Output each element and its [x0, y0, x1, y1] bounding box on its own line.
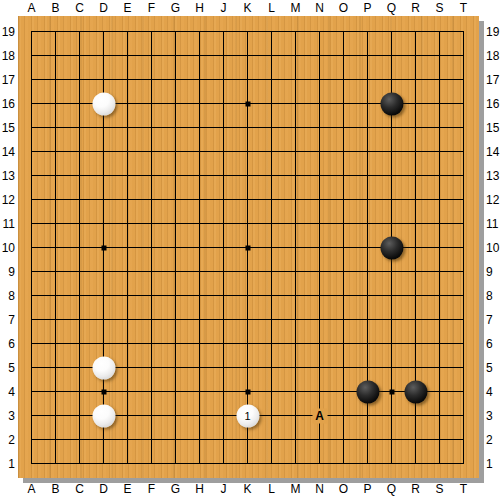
coord-bottom-P: P: [363, 482, 371, 496]
coord-bottom-O: O: [339, 482, 348, 496]
coord-top-E: E: [123, 1, 131, 15]
coord-bottom-S: S: [435, 482, 443, 496]
coord-top-Q: Q: [387, 1, 396, 15]
coord-right-8: 8: [486, 289, 500, 303]
coord-bottom-H: H: [195, 482, 204, 496]
coord-left-19: 19: [0, 25, 15, 39]
black-stone-Q10: [380, 236, 403, 259]
coord-right-17: 17: [486, 73, 500, 87]
coord-bottom-N: N: [315, 482, 324, 496]
coord-top-G: G: [171, 1, 180, 15]
coord-bottom-R: R: [411, 482, 420, 496]
coord-right-16: 16: [486, 97, 500, 111]
coord-right-14: 14: [486, 145, 500, 159]
black-stone-P4: [356, 380, 379, 403]
coord-left-12: 12: [0, 193, 15, 207]
coord-right-6: 6: [486, 337, 500, 351]
coord-top-C: C: [75, 1, 84, 15]
white-stone-K3: 1: [236, 404, 259, 427]
black-stone-R4: [404, 380, 427, 403]
coord-left-6: 6: [0, 337, 15, 351]
coord-bottom-B: B: [51, 482, 59, 496]
white-stone-D16: [92, 92, 115, 115]
coord-bottom-F: F: [148, 482, 155, 496]
coord-right-1: 1: [486, 457, 500, 471]
coord-left-2: 2: [0, 433, 15, 447]
coord-top-F: F: [148, 1, 155, 15]
coord-left-18: 18: [0, 49, 15, 63]
coord-top-K: K: [243, 1, 251, 15]
coord-left-9: 9: [0, 265, 15, 279]
coord-top-A: A: [27, 1, 35, 15]
coord-top-S: S: [435, 1, 443, 15]
coord-bottom-D: D: [99, 482, 108, 496]
coord-top-R: R: [411, 1, 420, 15]
coord-bottom-T: T: [460, 482, 467, 496]
coord-bottom-A: A: [27, 482, 35, 496]
coord-bottom-G: G: [171, 482, 180, 496]
star-point: [245, 245, 250, 250]
star-point: [245, 101, 250, 106]
coord-right-9: 9: [486, 265, 500, 279]
coord-top-D: D: [99, 1, 108, 15]
coord-bottom-Q: Q: [387, 482, 396, 496]
white-stone-D3: [92, 404, 115, 427]
coord-left-17: 17: [0, 73, 15, 87]
coord-right-4: 4: [486, 385, 500, 399]
black-stone-Q16: [380, 92, 403, 115]
coord-right-11: 11: [486, 217, 500, 231]
coord-right-12: 12: [486, 193, 500, 207]
star-point: [389, 389, 394, 394]
coord-left-3: 3: [0, 409, 15, 423]
coord-left-8: 8: [0, 289, 15, 303]
coord-right-7: 7: [486, 313, 500, 327]
coord-left-11: 11: [0, 217, 15, 231]
coord-top-O: O: [339, 1, 348, 15]
coord-top-M: M: [291, 1, 301, 15]
coord-bottom-C: C: [75, 482, 84, 496]
coord-right-13: 13: [486, 169, 500, 183]
white-stone-D5: [92, 356, 115, 379]
coord-bottom-K: K: [243, 482, 251, 496]
star-point: [101, 389, 106, 394]
coord-top-T: T: [460, 1, 467, 15]
coord-top-P: P: [363, 1, 371, 15]
coord-left-13: 13: [0, 169, 15, 183]
coord-top-H: H: [195, 1, 204, 15]
coord-top-J: J: [221, 1, 227, 15]
coord-left-4: 4: [0, 385, 15, 399]
coord-right-10: 10: [486, 241, 500, 255]
annotation-A-N3: A: [312, 408, 327, 423]
coord-right-3: 3: [486, 409, 500, 423]
coord-left-10: 10: [0, 241, 15, 255]
coord-bottom-M: M: [291, 482, 301, 496]
coord-right-15: 15: [486, 121, 500, 135]
page: 1A AABBCCDDEEFFGGHHJJKKLLMMNNOOPPQQRRSST…: [0, 0, 500, 500]
coord-right-18: 18: [486, 49, 500, 63]
coord-left-7: 7: [0, 313, 15, 327]
star-point: [101, 245, 106, 250]
coord-bottom-E: E: [123, 482, 131, 496]
coord-right-2: 2: [486, 433, 500, 447]
coord-bottom-J: J: [221, 482, 227, 496]
coord-top-B: B: [51, 1, 59, 15]
go-board[interactable]: 1A: [18, 16, 479, 478]
coord-left-5: 5: [0, 361, 15, 375]
coord-left-14: 14: [0, 145, 15, 159]
star-point: [245, 389, 250, 394]
coord-bottom-L: L: [268, 482, 275, 496]
coord-left-15: 15: [0, 121, 15, 135]
coord-right-19: 19: [486, 25, 500, 39]
coord-right-5: 5: [486, 361, 500, 375]
coord-top-L: L: [268, 1, 275, 15]
coord-top-N: N: [315, 1, 324, 15]
coord-left-16: 16: [0, 97, 15, 111]
coord-left-1: 1: [0, 457, 15, 471]
